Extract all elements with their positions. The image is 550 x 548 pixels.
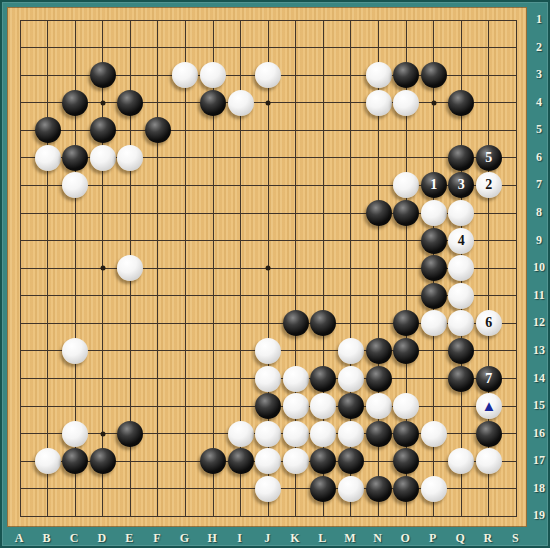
column-label-S: S <box>512 531 519 546</box>
stone-white-K15 <box>283 393 309 419</box>
stone-white-C13 <box>62 338 88 364</box>
stone-black-Q4 <box>448 90 474 116</box>
stone-black-N18 <box>366 476 392 502</box>
stone-black-I17 <box>228 448 254 474</box>
stone-white-L16 <box>310 421 336 447</box>
stone-white-K17 <box>283 448 309 474</box>
stone-black-N13 <box>366 338 392 364</box>
stone-black-C17 <box>62 448 88 474</box>
stone-black-Q14 <box>448 366 474 392</box>
row-label-17: 17 <box>533 453 545 468</box>
stone-black-C4 <box>62 90 88 116</box>
stone-white-R15: ▲ <box>476 393 502 419</box>
stone-white-P12 <box>421 310 447 336</box>
stone-white-J3 <box>255 62 281 88</box>
stone-black-B5 <box>35 117 61 143</box>
stone-white-P16 <box>421 421 447 447</box>
row-label-18: 18 <box>533 480 545 495</box>
star-point <box>100 431 105 436</box>
star-point <box>100 266 105 271</box>
stone-white-M13 <box>338 338 364 364</box>
row-label-1: 1 <box>536 12 542 27</box>
stone-black-F5 <box>145 117 171 143</box>
stone-black-M17 <box>338 448 364 474</box>
stone-white-G3 <box>172 62 198 88</box>
stone-white-B17 <box>35 448 61 474</box>
stone-black-Q13 <box>448 338 474 364</box>
stone-white-O15 <box>393 393 419 419</box>
row-label-3: 3 <box>536 67 542 82</box>
stone-white-J13 <box>255 338 281 364</box>
stone-white-O4 <box>393 90 419 116</box>
stone-white-E6 <box>117 145 143 171</box>
row-label-10: 10 <box>533 260 545 275</box>
column-label-E: E <box>125 531 133 546</box>
stone-white-N15 <box>366 393 392 419</box>
stone-black-P9 <box>421 228 447 254</box>
column-label-P: P <box>429 531 436 546</box>
move-number-label: 4 <box>458 234 465 248</box>
star-point <box>431 100 436 105</box>
column-label-K: K <box>290 531 299 546</box>
stone-white-L15 <box>310 393 336 419</box>
move-number-label: 6 <box>485 316 492 330</box>
stone-black-N16 <box>366 421 392 447</box>
stone-white-R7: 2 <box>476 172 502 198</box>
goban-frame: 5132467▲ ABCDEFGHIJKLMNOPQRS123456789101… <box>0 0 550 548</box>
row-label-19: 19 <box>533 508 545 523</box>
stone-black-O3 <box>393 62 419 88</box>
stone-black-Q6 <box>448 145 474 171</box>
column-label-J: J <box>264 531 270 546</box>
stone-white-B6 <box>35 145 61 171</box>
stone-black-O17 <box>393 448 419 474</box>
stone-black-N14 <box>366 366 392 392</box>
stone-black-P10 <box>421 255 447 281</box>
row-label-7: 7 <box>536 177 542 192</box>
stone-white-J14 <box>255 366 281 392</box>
stone-black-H17 <box>200 448 226 474</box>
stone-white-J17 <box>255 448 281 474</box>
stone-white-I16 <box>228 421 254 447</box>
stone-black-R16 <box>476 421 502 447</box>
stone-black-L17 <box>310 448 336 474</box>
row-label-9: 9 <box>536 232 542 247</box>
stone-white-N3 <box>366 62 392 88</box>
stone-white-N4 <box>366 90 392 116</box>
stone-white-I4 <box>228 90 254 116</box>
stone-white-Q10 <box>448 255 474 281</box>
triangle-marker: ▲ <box>481 399 496 414</box>
stone-black-L12 <box>310 310 336 336</box>
goban-board[interactable]: 5132467▲ <box>7 7 527 527</box>
stone-black-L14 <box>310 366 336 392</box>
column-label-A: A <box>15 531 24 546</box>
column-label-R: R <box>484 531 493 546</box>
row-label-4: 4 <box>536 94 542 109</box>
stone-white-J18 <box>255 476 281 502</box>
stone-black-O12 <box>393 310 419 336</box>
move-number-label: 2 <box>485 178 492 192</box>
stone-white-Q12 <box>448 310 474 336</box>
star-point <box>266 100 271 105</box>
row-label-15: 15 <box>533 398 545 413</box>
stone-white-P18 <box>421 476 447 502</box>
star-point <box>100 100 105 105</box>
stone-white-Q17 <box>448 448 474 474</box>
stone-black-D3 <box>90 62 116 88</box>
stone-white-M16 <box>338 421 364 447</box>
row-label-12: 12 <box>533 315 545 330</box>
stone-white-J16 <box>255 421 281 447</box>
stone-black-M15 <box>338 393 364 419</box>
stone-white-M14 <box>338 366 364 392</box>
row-label-13: 13 <box>533 342 545 357</box>
stone-black-Q7: 3 <box>448 172 474 198</box>
stone-white-Q11 <box>448 283 474 309</box>
column-label-F: F <box>153 531 160 546</box>
stone-white-Q9: 4 <box>448 228 474 254</box>
move-number-label: 7 <box>485 372 492 386</box>
grid-line-horizontal <box>20 516 517 517</box>
move-number-label: 1 <box>430 178 437 192</box>
stone-white-K14 <box>283 366 309 392</box>
stone-black-R6: 5 <box>476 145 502 171</box>
stone-white-K16 <box>283 421 309 447</box>
move-number-label: 5 <box>485 151 492 165</box>
stone-black-K12 <box>283 310 309 336</box>
stone-black-C6 <box>62 145 88 171</box>
stone-white-C16 <box>62 421 88 447</box>
stone-white-Q8 <box>448 200 474 226</box>
column-label-Q: Q <box>456 531 465 546</box>
column-label-C: C <box>70 531 79 546</box>
stone-white-R12: 6 <box>476 310 502 336</box>
stone-black-H4 <box>200 90 226 116</box>
column-label-L: L <box>318 531 326 546</box>
stone-white-M18 <box>338 476 364 502</box>
column-label-O: O <box>400 531 409 546</box>
stone-black-O18 <box>393 476 419 502</box>
column-label-N: N <box>373 531 382 546</box>
stone-black-E4 <box>117 90 143 116</box>
column-label-M: M <box>344 531 355 546</box>
row-label-2: 2 <box>536 39 542 54</box>
move-number-label: 3 <box>458 178 465 192</box>
column-label-D: D <box>97 531 106 546</box>
stone-black-O13 <box>393 338 419 364</box>
stone-black-L18 <box>310 476 336 502</box>
stone-black-R14: 7 <box>476 366 502 392</box>
stone-black-O16 <box>393 421 419 447</box>
stone-black-J15 <box>255 393 281 419</box>
row-label-5: 5 <box>536 122 542 137</box>
stone-white-D6 <box>90 145 116 171</box>
stone-white-E10 <box>117 255 143 281</box>
stone-black-D5 <box>90 117 116 143</box>
row-label-16: 16 <box>533 425 545 440</box>
column-label-B: B <box>43 531 51 546</box>
row-label-11: 11 <box>533 287 544 302</box>
stone-white-P8 <box>421 200 447 226</box>
row-label-14: 14 <box>533 370 545 385</box>
stone-black-P7: 1 <box>421 172 447 198</box>
column-label-I: I <box>237 531 242 546</box>
row-label-8: 8 <box>536 205 542 220</box>
stone-white-C7 <box>62 172 88 198</box>
stone-white-H3 <box>200 62 226 88</box>
stone-white-R17 <box>476 448 502 474</box>
stone-white-O7 <box>393 172 419 198</box>
grid-line-vertical <box>516 20 517 517</box>
column-label-G: G <box>180 531 189 546</box>
row-label-6: 6 <box>536 149 542 164</box>
stone-black-E16 <box>117 421 143 447</box>
stone-black-P3 <box>421 62 447 88</box>
star-point <box>266 266 271 271</box>
stone-black-N8 <box>366 200 392 226</box>
column-label-H: H <box>207 531 216 546</box>
stone-black-P11 <box>421 283 447 309</box>
stone-black-D17 <box>90 448 116 474</box>
stone-black-O8 <box>393 200 419 226</box>
